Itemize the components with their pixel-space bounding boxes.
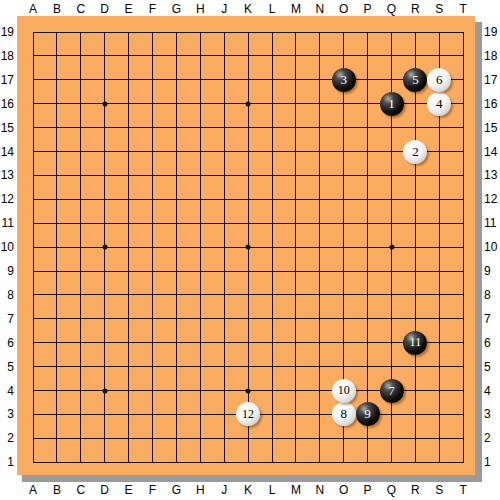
coord-label-bottom-D: D — [100, 484, 109, 496]
coord-label-bottom-N: N — [315, 484, 324, 496]
coord-label-top-B: B — [53, 3, 61, 15]
coord-label-bottom-M: M — [291, 484, 301, 496]
coord-label-right-14: 14 — [484, 146, 500, 158]
stone-6-white-S17: 6 — [427, 68, 451, 92]
grid-line-horizontal-9 — [33, 271, 464, 272]
coord-label-bottom-F: F — [149, 484, 156, 496]
coord-label-bottom-C: C — [76, 484, 85, 496]
stone-1-black-Q16: 1 — [380, 92, 404, 116]
coord-label-right-9: 9 — [484, 265, 500, 277]
coord-label-bottom-A: A — [29, 484, 37, 496]
coord-label-right-10: 10 — [484, 241, 500, 253]
coord-label-top-K: K — [244, 3, 252, 15]
coord-label-bottom-G: G — [172, 484, 181, 496]
coord-label-top-E: E — [125, 3, 133, 15]
coord-label-right-3: 3 — [484, 408, 500, 420]
star-point-Q10 — [389, 245, 394, 250]
coord-label-left-3: 3 — [0, 408, 14, 420]
grid-line-vertical-P — [367, 32, 368, 463]
stone-2-white-R14: 2 — [403, 140, 427, 164]
coord-label-right-19: 19 — [484, 26, 500, 38]
coord-label-top-A: A — [29, 3, 37, 15]
stone-7-black-Q4: 7 — [380, 379, 404, 403]
coord-label-right-4: 4 — [484, 385, 500, 397]
stone-move-number: 12 — [242, 407, 254, 422]
stone-move-number: 10 — [338, 383, 350, 398]
stone-10-white-O4: 10 — [332, 379, 356, 403]
board-shadow-bottom — [22, 475, 482, 482]
stone-move-number: 4 — [436, 96, 443, 112]
coord-label-top-G: G — [172, 3, 181, 15]
stone-3-black-O17: 3 — [332, 68, 356, 92]
coord-label-bottom-O: O — [339, 484, 348, 496]
stone-12-white-K3: 12 — [236, 402, 260, 426]
stone-move-number: 5 — [412, 72, 419, 88]
coord-label-right-13: 13 — [484, 169, 500, 181]
star-point-K10 — [246, 245, 251, 250]
grid-line-horizontal-6 — [33, 342, 464, 343]
coord-label-left-13: 13 — [0, 169, 14, 181]
coord-label-bottom-R: R — [411, 484, 420, 496]
coord-label-top-N: N — [315, 3, 324, 15]
coord-label-left-7: 7 — [0, 313, 14, 325]
coord-label-top-O: O — [339, 3, 348, 15]
coord-label-bottom-L: L — [269, 484, 276, 496]
coord-label-right-15: 15 — [484, 122, 500, 134]
coord-label-bottom-T: T — [460, 484, 467, 496]
grid-line-vertical-M — [295, 32, 296, 463]
star-point-K4 — [246, 388, 251, 393]
coord-label-bottom-E: E — [125, 484, 133, 496]
coord-label-top-D: D — [100, 3, 109, 15]
grid-line-horizontal-1 — [33, 462, 464, 463]
coord-label-left-4: 4 — [0, 385, 14, 397]
coord-label-right-17: 17 — [484, 74, 500, 86]
stone-move-number: 6 — [436, 72, 443, 88]
grid-line-horizontal-7 — [33, 318, 464, 319]
grid-line-vertical-L — [272, 32, 273, 463]
go-board-page: AABBCCDDEEFFGGHHJJKKLLMMNNOOPPQQRRSSTT19… — [0, 0, 500, 500]
coord-label-right-5: 5 — [484, 361, 500, 373]
star-point-K16 — [246, 101, 251, 106]
stone-8-white-O3: 8 — [332, 402, 356, 426]
stone-move-number: 1 — [388, 96, 395, 112]
coord-label-right-16: 16 — [484, 98, 500, 110]
coord-label-right-2: 2 — [484, 432, 500, 444]
coord-label-left-5: 5 — [0, 361, 14, 373]
coord-label-left-9: 9 — [0, 265, 14, 277]
coord-label-top-P: P — [364, 3, 372, 15]
coord-label-top-J: J — [221, 3, 227, 15]
coord-label-left-17: 17 — [0, 74, 14, 86]
coord-label-left-8: 8 — [0, 289, 14, 301]
grid-line-horizontal-2 — [33, 438, 464, 439]
grid-line-vertical-N — [319, 32, 320, 463]
stone-move-number: 11 — [410, 335, 422, 350]
coord-label-bottom-Q: Q — [387, 484, 396, 496]
coord-label-top-F: F — [149, 3, 156, 15]
coord-label-top-R: R — [411, 3, 420, 15]
coord-label-left-12: 12 — [0, 193, 14, 205]
coord-label-right-1: 1 — [484, 456, 500, 468]
coord-label-left-1: 1 — [0, 456, 14, 468]
coord-label-left-6: 6 — [0, 337, 14, 349]
coord-label-bottom-B: B — [53, 484, 61, 496]
star-point-D4 — [102, 388, 107, 393]
coord-label-top-M: M — [291, 3, 301, 15]
coord-label-bottom-J: J — [221, 484, 227, 496]
coord-label-right-7: 7 — [484, 313, 500, 325]
coord-label-right-18: 18 — [484, 50, 500, 62]
coord-label-right-8: 8 — [484, 289, 500, 301]
board-shadow-right — [475, 22, 482, 482]
coord-label-top-H: H — [196, 3, 205, 15]
star-point-D16 — [102, 101, 107, 106]
stone-4-white-S16: 4 — [427, 92, 451, 116]
coord-label-bottom-H: H — [196, 484, 205, 496]
coord-label-top-T: T — [460, 3, 467, 15]
stone-move-number: 3 — [340, 72, 347, 88]
grid-line-vertical-T — [463, 32, 464, 463]
coord-label-right-6: 6 — [484, 337, 500, 349]
coord-label-top-S: S — [435, 3, 443, 15]
grid-line-horizontal-8 — [33, 294, 464, 295]
stone-move-number: 8 — [340, 406, 347, 422]
coord-label-top-C: C — [76, 3, 85, 15]
coord-label-left-11: 11 — [0, 217, 14, 229]
coord-label-top-Q: Q — [387, 3, 396, 15]
coord-label-bottom-K: K — [244, 484, 252, 496]
stone-move-number: 9 — [364, 406, 371, 422]
star-point-D10 — [102, 245, 107, 250]
coord-label-left-2: 2 — [0, 432, 14, 444]
stone-move-number: 2 — [412, 144, 419, 160]
stone-9-black-P3: 9 — [356, 402, 380, 426]
coord-label-left-18: 18 — [0, 50, 14, 62]
coord-label-bottom-P: P — [364, 484, 372, 496]
grid-line-vertical-R — [415, 32, 416, 463]
coord-label-left-14: 14 — [0, 146, 14, 158]
coord-label-right-11: 11 — [484, 217, 500, 229]
coord-label-left-15: 15 — [0, 122, 14, 134]
stone-move-number: 7 — [388, 383, 395, 399]
coord-label-left-16: 16 — [0, 98, 14, 110]
coord-label-right-12: 12 — [484, 193, 500, 205]
grid-line-horizontal-5 — [33, 366, 464, 367]
coord-label-left-19: 19 — [0, 26, 14, 38]
stone-11-black-R6: 11 — [403, 331, 427, 355]
coord-label-bottom-S: S — [435, 484, 443, 496]
stone-5-black-R17: 5 — [403, 68, 427, 92]
coord-label-top-L: L — [269, 3, 276, 15]
coord-label-left-10: 10 — [0, 241, 14, 253]
